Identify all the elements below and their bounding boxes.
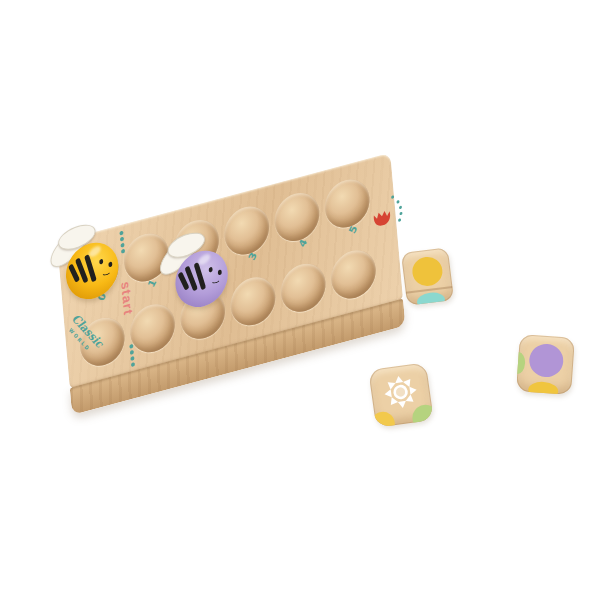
product-photo-stage: 012345 start Classic WORLD [0, 0, 600, 600]
die-sun[interactable] [368, 362, 434, 428]
die-face-purple-circle [528, 343, 564, 378]
teal-dot [120, 243, 124, 248]
teal-dot [396, 200, 399, 204]
teal-dot [130, 356, 134, 361]
teal-dot [119, 230, 123, 235]
teal-dot [131, 362, 135, 367]
goal-tulip-icon [368, 199, 395, 232]
hole[interactable] [229, 272, 278, 330]
start-dots-top [119, 228, 125, 255]
die-face-yellow-circle [411, 255, 444, 287]
teal-dot [398, 218, 401, 222]
sun-icon [380, 372, 421, 413]
hole[interactable] [329, 245, 378, 303]
teal-dot [129, 344, 133, 349]
die-yellow-teal[interactable] [401, 247, 454, 305]
hole[interactable] [279, 259, 328, 317]
teal-dot [399, 212, 402, 216]
die-face-teal-circle [416, 291, 446, 306]
teal-dot [120, 237, 124, 242]
game-board: 012345 start Classic WORLD [57, 153, 405, 415]
start-label: start [118, 280, 135, 317]
tulip-svg [368, 199, 395, 232]
die-face-yellow-partial [369, 410, 396, 427]
die-purple-yellow[interactable] [516, 334, 575, 395]
teal-dot [391, 195, 394, 199]
teal-dot [130, 350, 134, 355]
die-face-yellow-circle [528, 381, 559, 395]
teal-dot [121, 249, 125, 254]
die-face-green-partial [516, 352, 526, 375]
start-dots-bottom [129, 342, 135, 369]
teal-dot [399, 206, 402, 210]
